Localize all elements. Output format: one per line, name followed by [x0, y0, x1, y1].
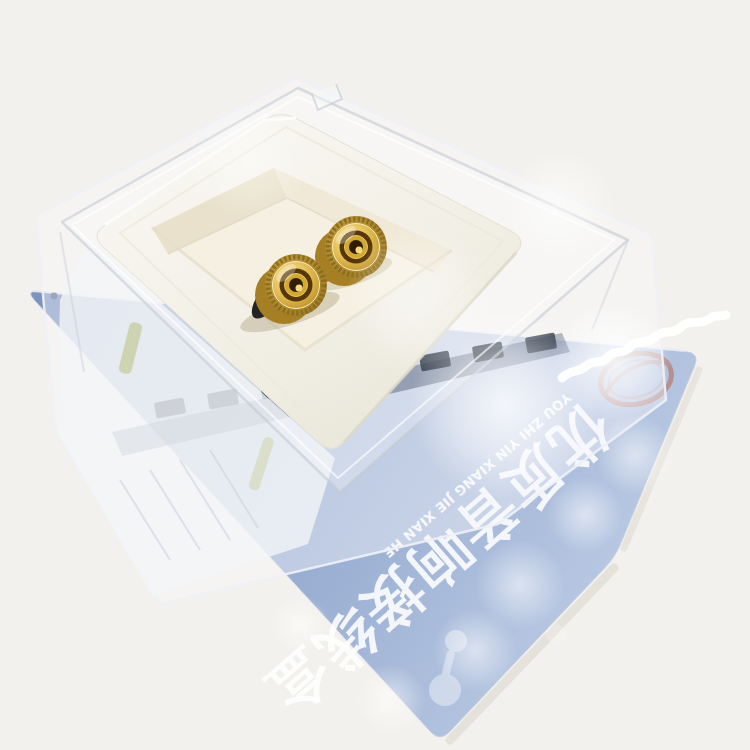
scene-canvas: YOU ZHI YIN XIANG JIE XIAN HE 优质音响接线盒 [0, 0, 750, 750]
product-photo: YOU ZHI YIN XIANG JIE XIAN HE 优质音响接线盒 [0, 0, 750, 750]
